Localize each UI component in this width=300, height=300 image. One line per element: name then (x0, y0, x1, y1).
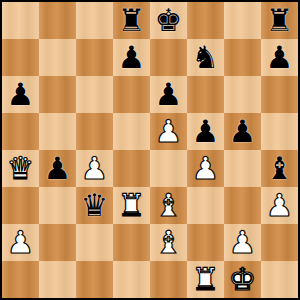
square-e8[interactable]: ♚ (150, 2, 187, 39)
square-g8[interactable] (224, 2, 261, 39)
square-d7[interactable]: ♟ (113, 39, 150, 76)
square-g2[interactable]: ♟ (224, 224, 261, 261)
square-e6[interactable]: ♟ (150, 76, 187, 113)
piece-white-bishop[interactable]: ♝ (155, 187, 183, 224)
piece-white-rook[interactable]: ♜ (192, 261, 220, 298)
square-a7[interactable] (2, 39, 39, 76)
square-e7[interactable] (150, 39, 187, 76)
square-h6[interactable] (261, 76, 298, 113)
chess-board: ♜♚♜♟♞♟♟♟♟♟♟♛♟♟♟♝♛♜♝♟♟♝♟♜♚ (2, 2, 298, 298)
square-e4[interactable] (150, 150, 187, 187)
square-f2[interactable] (187, 224, 224, 261)
square-g5[interactable]: ♟ (224, 113, 261, 150)
piece-white-pawn[interactable]: ♟ (81, 150, 109, 187)
square-f6[interactable] (187, 76, 224, 113)
square-a4[interactable]: ♛ (2, 150, 39, 187)
square-e5[interactable]: ♟ (150, 113, 187, 150)
square-f4[interactable]: ♟ (187, 150, 224, 187)
square-h4[interactable]: ♝ (261, 150, 298, 187)
square-g4[interactable] (224, 150, 261, 187)
piece-white-pawn[interactable]: ♟ (229, 224, 257, 261)
piece-black-king[interactable]: ♚ (155, 2, 183, 39)
piece-black-pawn[interactable]: ♟ (44, 150, 72, 187)
piece-white-pawn[interactable]: ♟ (7, 224, 35, 261)
square-c8[interactable] (76, 2, 113, 39)
square-c2[interactable] (76, 224, 113, 261)
square-d4[interactable] (113, 150, 150, 187)
square-h5[interactable] (261, 113, 298, 150)
square-b8[interactable] (39, 2, 76, 39)
square-d5[interactable] (113, 113, 150, 150)
piece-black-pawn[interactable]: ♟ (192, 113, 220, 150)
square-e1[interactable] (150, 261, 187, 298)
square-a8[interactable] (2, 2, 39, 39)
square-h3[interactable]: ♟ (261, 187, 298, 224)
piece-white-pawn[interactable]: ♟ (192, 150, 220, 187)
piece-white-king[interactable]: ♚ (229, 261, 257, 298)
square-c1[interactable] (76, 261, 113, 298)
square-h8[interactable]: ♜ (261, 2, 298, 39)
square-f3[interactable] (187, 187, 224, 224)
square-f5[interactable]: ♟ (187, 113, 224, 150)
square-h7[interactable]: ♟ (261, 39, 298, 76)
square-g7[interactable] (224, 39, 261, 76)
square-b5[interactable] (39, 113, 76, 150)
square-e3[interactable]: ♝ (150, 187, 187, 224)
piece-white-queen[interactable]: ♛ (7, 150, 35, 187)
square-e2[interactable]: ♝ (150, 224, 187, 261)
piece-black-rook[interactable]: ♜ (266, 2, 294, 39)
square-b6[interactable] (39, 76, 76, 113)
piece-black-pawn[interactable]: ♟ (7, 76, 35, 113)
square-h2[interactable] (261, 224, 298, 261)
square-c6[interactable] (76, 76, 113, 113)
square-a2[interactable]: ♟ (2, 224, 39, 261)
square-d8[interactable]: ♜ (113, 2, 150, 39)
square-a3[interactable] (2, 187, 39, 224)
square-c4[interactable]: ♟ (76, 150, 113, 187)
piece-white-pawn[interactable]: ♟ (266, 187, 294, 224)
square-d3[interactable]: ♜ (113, 187, 150, 224)
piece-black-pawn[interactable]: ♟ (229, 113, 257, 150)
square-b4[interactable]: ♟ (39, 150, 76, 187)
piece-black-pawn[interactable]: ♟ (155, 76, 183, 113)
square-b1[interactable] (39, 261, 76, 298)
square-f8[interactable] (187, 2, 224, 39)
square-b2[interactable] (39, 224, 76, 261)
piece-white-pawn[interactable]: ♟ (155, 113, 183, 150)
piece-black-pawn[interactable]: ♟ (118, 39, 146, 76)
piece-black-knight[interactable]: ♞ (192, 39, 220, 76)
square-c5[interactable] (76, 113, 113, 150)
piece-white-bishop[interactable]: ♝ (155, 224, 183, 261)
square-a5[interactable] (2, 113, 39, 150)
square-a1[interactable] (2, 261, 39, 298)
square-d2[interactable] (113, 224, 150, 261)
square-g3[interactable] (224, 187, 261, 224)
piece-black-rook[interactable]: ♜ (118, 2, 146, 39)
square-d6[interactable] (113, 76, 150, 113)
square-b7[interactable] (39, 39, 76, 76)
piece-black-pawn[interactable]: ♟ (266, 39, 294, 76)
piece-white-rook[interactable]: ♜ (118, 187, 146, 224)
square-h1[interactable] (261, 261, 298, 298)
square-g6[interactable] (224, 76, 261, 113)
square-b3[interactable] (39, 187, 76, 224)
square-c7[interactable] (76, 39, 113, 76)
square-c3[interactable]: ♛ (76, 187, 113, 224)
square-f1[interactable]: ♜ (187, 261, 224, 298)
piece-black-queen[interactable]: ♛ (81, 187, 109, 224)
square-f7[interactable]: ♞ (187, 39, 224, 76)
board-frame: ♜♚♜♟♞♟♟♟♟♟♟♛♟♟♟♝♛♜♝♟♟♝♟♜♚ (0, 0, 300, 300)
piece-black-bishop[interactable]: ♝ (266, 150, 294, 187)
square-g1[interactable]: ♚ (224, 261, 261, 298)
square-a6[interactable]: ♟ (2, 76, 39, 113)
square-d1[interactable] (113, 261, 150, 298)
